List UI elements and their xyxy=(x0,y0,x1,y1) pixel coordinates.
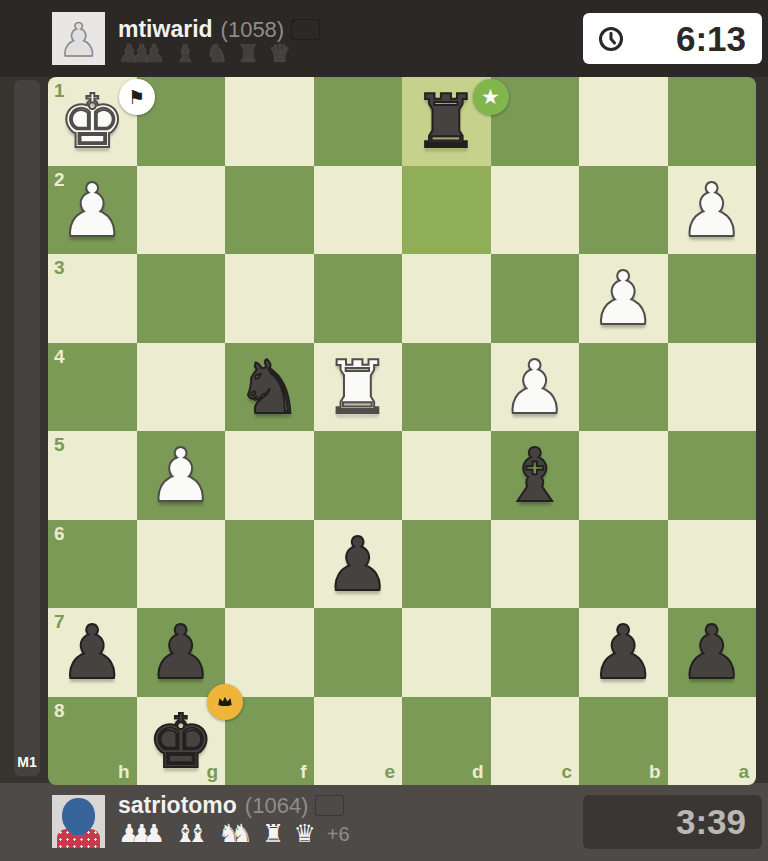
black-pawn-b7[interactable]: ♟ xyxy=(579,608,668,697)
captured-queen-icon: ♛ xyxy=(293,821,315,847)
square-f6[interactable] xyxy=(225,520,314,609)
square-a2[interactable]: ♟ xyxy=(668,166,757,255)
square-f1[interactable] xyxy=(225,77,314,166)
square-g6[interactable] xyxy=(137,520,226,609)
black-pawn-a7[interactable]: ♟ xyxy=(668,608,757,697)
square-a6[interactable] xyxy=(668,520,757,609)
white-pawn-g5[interactable]: ♟ xyxy=(137,431,226,520)
top-captured-group-4: ♛ xyxy=(269,41,291,67)
white-rook-e4[interactable]: ♜ xyxy=(314,343,403,432)
square-f5[interactable] xyxy=(225,431,314,520)
black-knight-f4[interactable]: ♞ xyxy=(225,343,314,432)
bottom-captured-group-1: ♝♝ xyxy=(174,821,209,847)
captured-knight-icon: ♞ xyxy=(231,821,253,847)
square-f2[interactable] xyxy=(225,166,314,255)
bottom-captured-group-3: ♜ xyxy=(262,821,284,847)
rank-label-5: 5 xyxy=(54,434,65,456)
square-c3[interactable] xyxy=(491,254,580,343)
square-a5[interactable] xyxy=(668,431,757,520)
file-label-b: b xyxy=(649,761,661,783)
clock-icon xyxy=(597,25,625,53)
square-e8[interactable]: e xyxy=(314,697,403,786)
square-b5[interactable] xyxy=(579,431,668,520)
file-label-f: f xyxy=(300,761,306,783)
square-d3[interactable] xyxy=(402,254,491,343)
black-bishop-c5[interactable]: ♝ xyxy=(491,431,580,520)
captured-rook-icon: ♜ xyxy=(262,821,284,847)
rank-label-8: 8 xyxy=(54,700,65,722)
bottom-captured-group-2: ♞♞ xyxy=(218,821,253,847)
square-f7[interactable] xyxy=(225,608,314,697)
top-captured-group-3: ♜ xyxy=(237,41,259,67)
square-b3[interactable]: ♟ xyxy=(579,254,668,343)
captured-knight-icon: ♞ xyxy=(206,41,228,67)
square-b4[interactable] xyxy=(579,343,668,432)
square-c8[interactable]: c xyxy=(491,697,580,786)
rank-label-4: 4 xyxy=(54,346,65,368)
square-d8[interactable]: d xyxy=(402,697,491,786)
square-b7[interactable]: ♟ xyxy=(579,608,668,697)
square-c2[interactable] xyxy=(491,166,580,255)
bottom-captured-group-4: ♛ xyxy=(293,821,315,847)
white-pawn-c4[interactable]: ♟ xyxy=(491,343,580,432)
square-h2[interactable]: 2♟ xyxy=(48,166,137,255)
bottom-material-advantage: +6 xyxy=(327,821,350,847)
square-g3[interactable] xyxy=(137,254,226,343)
square-d7[interactable] xyxy=(402,608,491,697)
square-h3[interactable]: 3 xyxy=(48,254,137,343)
top-player-avatar[interactable]: ♟ xyxy=(52,12,105,65)
captured-rook-icon: ♜ xyxy=(237,41,259,67)
file-label-a: a xyxy=(738,761,749,783)
square-e1[interactable] xyxy=(314,77,403,166)
square-a4[interactable] xyxy=(668,343,757,432)
person-avatar-icon xyxy=(52,795,105,848)
captured-pawn-icon: ♟ xyxy=(143,821,165,847)
square-a1[interactable] xyxy=(668,77,757,166)
top-captured-group-0: ♟♟♟ xyxy=(118,41,165,67)
black-pawn-g7[interactable]: ♟ xyxy=(137,608,226,697)
square-h4[interactable]: 4 xyxy=(48,343,137,432)
white-pawn-a2[interactable]: ♟ xyxy=(668,166,757,255)
india-flag-icon xyxy=(292,20,319,39)
file-label-d: d xyxy=(472,761,484,783)
square-a3[interactable] xyxy=(668,254,757,343)
indonesia-flag-icon xyxy=(316,796,343,815)
square-b6[interactable] xyxy=(579,520,668,609)
rank-label-3: 3 xyxy=(54,257,65,279)
square-d6[interactable] xyxy=(402,520,491,609)
square-g4[interactable] xyxy=(137,343,226,432)
captured-bishop-icon: ♝ xyxy=(174,41,196,67)
square-h5[interactable]: 5 xyxy=(48,431,137,520)
evaluation-bar: M1 xyxy=(14,80,40,776)
bottom-player-clock: 3:39 xyxy=(583,795,762,849)
captured-bishop-icon: ♝ xyxy=(187,821,209,847)
square-c7[interactable] xyxy=(491,608,580,697)
top-clock-time: 6:13 xyxy=(625,19,762,59)
top-captured-group-1: ♝ xyxy=(174,41,196,67)
square-e3[interactable] xyxy=(314,254,403,343)
captured-pawn-icon: ♟ xyxy=(143,41,165,67)
top-captured-group-2: ♞ xyxy=(206,41,228,67)
square-c5[interactable]: ♝ xyxy=(491,431,580,520)
file-label-c: c xyxy=(561,761,572,783)
square-d5[interactable] xyxy=(402,431,491,520)
square-e2[interactable] xyxy=(314,166,403,255)
square-e7[interactable] xyxy=(314,608,403,697)
square-a8[interactable]: a xyxy=(668,697,757,786)
square-d4[interactable] xyxy=(402,343,491,432)
evaluation-label: M1 xyxy=(14,754,40,770)
crown-badge-g8 xyxy=(207,684,243,720)
square-d2[interactable] xyxy=(402,166,491,255)
bottom-player-info[interactable]: satriotomo (1064) xyxy=(118,792,343,819)
bottom-clock-time: 3:39 xyxy=(583,802,762,842)
pawn-avatar-icon: ♟ xyxy=(52,12,105,65)
bottom-player-avatar[interactable] xyxy=(52,795,105,848)
file-label-h: h xyxy=(118,761,130,783)
square-h6[interactable]: 6 xyxy=(48,520,137,609)
square-e4[interactable]: ♜ xyxy=(314,343,403,432)
square-c4[interactable]: ♟ xyxy=(491,343,580,432)
flag-badge-h1: ⚑ xyxy=(119,79,155,115)
square-h7[interactable]: 7♟ xyxy=(48,608,137,697)
bottom-player-rating: (1064) xyxy=(245,793,309,819)
square-b8[interactable]: b xyxy=(579,697,668,786)
white-pawn-h2[interactable]: ♟ xyxy=(48,166,137,255)
top-captured-pieces: ♟♟♟♝♞♜♛ xyxy=(118,41,300,67)
square-f3[interactable] xyxy=(225,254,314,343)
white-pawn-b3[interactable]: ♟ xyxy=(579,254,668,343)
rank-label-6: 6 xyxy=(54,523,65,545)
square-f4[interactable]: ♞ xyxy=(225,343,314,432)
captured-queen-icon: ♛ xyxy=(269,41,291,67)
square-h8[interactable]: 8h xyxy=(48,697,137,786)
bottom-player-name: satriotomo xyxy=(118,792,237,819)
square-b2[interactable] xyxy=(579,166,668,255)
square-e6[interactable]: ♟ xyxy=(314,520,403,609)
square-g2[interactable] xyxy=(137,166,226,255)
black-pawn-h7[interactable]: ♟ xyxy=(48,608,137,697)
square-c6[interactable] xyxy=(491,520,580,609)
chess-board[interactable]: 1♚♜2♟♟3♟4♞♜♟5♟♝6♟7♟♟♟♟8hg♚fedcba⚑★ xyxy=(48,77,756,785)
square-g5[interactable]: ♟ xyxy=(137,431,226,520)
bottom-captured-pieces: ♟♟♟♝♝♞♞♜♛+6 xyxy=(118,821,350,847)
square-g7[interactable]: ♟ xyxy=(137,608,226,697)
square-e5[interactable] xyxy=(314,431,403,520)
file-label-e: e xyxy=(384,761,395,783)
square-b1[interactable] xyxy=(579,77,668,166)
star-badge-d1: ★ xyxy=(473,79,509,115)
black-pawn-e6[interactable]: ♟ xyxy=(314,520,403,609)
top-player-clock: 6:13 xyxy=(583,13,762,64)
bottom-captured-group-0: ♟♟♟ xyxy=(118,821,165,847)
square-a7[interactable]: ♟ xyxy=(668,608,757,697)
